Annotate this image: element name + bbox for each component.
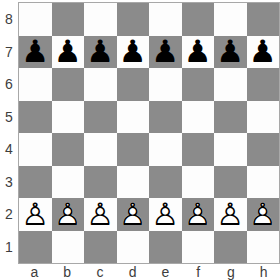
white-pawn-outline: ♙ bbox=[216, 199, 244, 230]
square-c4[interactable] bbox=[84, 133, 117, 166]
square-f5[interactable] bbox=[182, 101, 215, 134]
white-pawn-outline: ♙ bbox=[54, 199, 82, 230]
square-b1[interactable] bbox=[52, 231, 85, 264]
square-b7[interactable]: ♟ bbox=[52, 36, 85, 69]
rank-label-6: 6 bbox=[0, 68, 18, 101]
rank-label-8: 8 bbox=[0, 3, 18, 36]
square-b6[interactable] bbox=[52, 68, 85, 101]
rank-label-5: 5 bbox=[0, 101, 18, 134]
white-pawn-outline: ♙ bbox=[151, 199, 179, 230]
square-c1[interactable] bbox=[84, 231, 117, 264]
file-label-e: e bbox=[149, 263, 182, 280]
square-d2[interactable]: ♟♙ bbox=[117, 198, 150, 231]
square-g5[interactable] bbox=[214, 101, 247, 134]
white-pawn-outline: ♙ bbox=[21, 199, 49, 230]
square-c2[interactable]: ♟♙ bbox=[84, 198, 117, 231]
square-a3[interactable] bbox=[19, 166, 52, 199]
square-d5[interactable] bbox=[117, 101, 150, 134]
square-h7[interactable]: ♟ bbox=[247, 36, 280, 69]
black-pawn[interactable]: ♟ bbox=[249, 36, 277, 67]
square-d7[interactable]: ♟ bbox=[117, 36, 150, 69]
square-d3[interactable] bbox=[117, 166, 150, 199]
square-e2[interactable]: ♟♙ bbox=[149, 198, 182, 231]
white-pawn-outline: ♙ bbox=[86, 199, 114, 230]
square-e7[interactable]: ♟ bbox=[149, 36, 182, 69]
square-a4[interactable] bbox=[19, 133, 52, 166]
square-f2[interactable]: ♟♙ bbox=[182, 198, 215, 231]
rank-label-2: 2 bbox=[0, 198, 18, 231]
square-h6[interactable] bbox=[247, 68, 280, 101]
square-c7[interactable]: ♟ bbox=[84, 36, 117, 69]
square-h8[interactable] bbox=[247, 3, 280, 36]
white-pawn-outline: ♙ bbox=[249, 199, 277, 230]
square-f1[interactable] bbox=[182, 231, 215, 264]
square-b5[interactable] bbox=[52, 101, 85, 134]
square-b8[interactable] bbox=[52, 3, 85, 36]
file-label-f: f bbox=[182, 263, 215, 280]
white-pawn[interactable]: ♟♙ bbox=[21, 199, 49, 230]
square-h3[interactable] bbox=[247, 166, 280, 199]
white-pawn[interactable]: ♟♙ bbox=[151, 199, 179, 230]
square-a2[interactable]: ♟♙ bbox=[19, 198, 52, 231]
square-g3[interactable] bbox=[214, 166, 247, 199]
square-g1[interactable] bbox=[214, 231, 247, 264]
white-pawn-outline: ♙ bbox=[119, 199, 147, 230]
square-f7[interactable]: ♟ bbox=[182, 36, 215, 69]
square-h1[interactable] bbox=[247, 231, 280, 264]
black-pawn[interactable]: ♟ bbox=[151, 36, 179, 67]
square-d6[interactable] bbox=[117, 68, 150, 101]
square-a8[interactable] bbox=[19, 3, 52, 36]
black-pawn[interactable]: ♟ bbox=[54, 36, 82, 67]
white-pawn[interactable]: ♟♙ bbox=[249, 199, 277, 230]
file-label-b: b bbox=[51, 263, 84, 280]
square-g7[interactable]: ♟ bbox=[214, 36, 247, 69]
square-g8[interactable] bbox=[214, 3, 247, 36]
square-g4[interactable] bbox=[214, 133, 247, 166]
square-c5[interactable] bbox=[84, 101, 117, 134]
square-e1[interactable] bbox=[149, 231, 182, 264]
square-g2[interactable]: ♟♙ bbox=[214, 198, 247, 231]
rank-label-4: 4 bbox=[0, 133, 18, 166]
white-pawn[interactable]: ♟♙ bbox=[216, 199, 244, 230]
square-e3[interactable] bbox=[149, 166, 182, 199]
square-e6[interactable] bbox=[149, 68, 182, 101]
black-pawn[interactable]: ♟ bbox=[86, 36, 114, 67]
chess-diagram: 87654321 ♟♟♟♟♟♟♟♟♟♙♟♙♟♙♟♙♟♙♟♙♟♙♟♙ abcdef… bbox=[0, 0, 280, 280]
file-labels: abcdefgh bbox=[18, 263, 280, 280]
rank-labels: 87654321 bbox=[0, 3, 18, 263]
file-label-a: a bbox=[18, 263, 51, 280]
square-a5[interactable] bbox=[19, 101, 52, 134]
file-label-d: d bbox=[116, 263, 149, 280]
square-e8[interactable] bbox=[149, 3, 182, 36]
square-c8[interactable] bbox=[84, 3, 117, 36]
square-e5[interactable] bbox=[149, 101, 182, 134]
file-label-h: h bbox=[247, 263, 280, 280]
square-a1[interactable] bbox=[19, 231, 52, 264]
black-pawn[interactable]: ♟ bbox=[216, 36, 244, 67]
black-pawn[interactable]: ♟ bbox=[184, 36, 212, 67]
rank-label-1: 1 bbox=[0, 231, 18, 264]
square-h4[interactable] bbox=[247, 133, 280, 166]
white-pawn[interactable]: ♟♙ bbox=[184, 199, 212, 230]
square-b3[interactable] bbox=[52, 166, 85, 199]
white-pawn[interactable]: ♟♙ bbox=[86, 199, 114, 230]
white-pawn-outline: ♙ bbox=[184, 199, 212, 230]
rank-label-7: 7 bbox=[0, 36, 18, 69]
file-label-g: g bbox=[215, 263, 248, 280]
square-f6[interactable] bbox=[182, 68, 215, 101]
black-pawn[interactable]: ♟ bbox=[21, 36, 49, 67]
square-d1[interactable] bbox=[117, 231, 150, 264]
black-pawn[interactable]: ♟ bbox=[119, 36, 147, 67]
white-pawn[interactable]: ♟♙ bbox=[54, 199, 82, 230]
rank-label-3: 3 bbox=[0, 166, 18, 199]
square-a7[interactable]: ♟ bbox=[19, 36, 52, 69]
square-h5[interactable] bbox=[247, 101, 280, 134]
file-label-c: c bbox=[84, 263, 117, 280]
square-b2[interactable]: ♟♙ bbox=[52, 198, 85, 231]
square-f3[interactable] bbox=[182, 166, 215, 199]
square-f4[interactable] bbox=[182, 133, 215, 166]
square-c3[interactable] bbox=[84, 166, 117, 199]
chess-board[interactable]: ♟♟♟♟♟♟♟♟♟♙♟♙♟♙♟♙♟♙♟♙♟♙♟♙ bbox=[18, 2, 280, 264]
square-g6[interactable] bbox=[214, 68, 247, 101]
square-d8[interactable] bbox=[117, 3, 150, 36]
square-e4[interactable] bbox=[149, 133, 182, 166]
white-pawn[interactable]: ♟♙ bbox=[119, 199, 147, 230]
square-c6[interactable] bbox=[84, 68, 117, 101]
square-b4[interactable] bbox=[52, 133, 85, 166]
square-d4[interactable] bbox=[117, 133, 150, 166]
square-a6[interactable] bbox=[19, 68, 52, 101]
square-h2[interactable]: ♟♙ bbox=[247, 198, 280, 231]
square-f8[interactable] bbox=[182, 3, 215, 36]
